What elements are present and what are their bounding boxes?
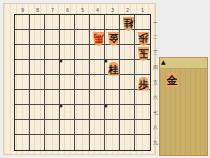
- board-cell[interactable]: [75, 15, 90, 30]
- shogi-diagram: 987654321 一二三四五六七八九 桂馬金歩玉桂歩 ▲ 金: [0, 0, 210, 158]
- rank-label: 四: [153, 63, 157, 71]
- board-cell[interactable]: [105, 45, 120, 60]
- hand-piece-sente[interactable]: 金: [165, 72, 179, 87]
- board-cell[interactable]: [135, 60, 150, 75]
- rank-label: 九: [153, 138, 157, 146]
- file-label: 5: [78, 8, 86, 13]
- star-point: [60, 105, 63, 108]
- board-cell[interactable]: [45, 45, 60, 60]
- board-cell[interactable]: [90, 135, 105, 150]
- board-cell[interactable]: [90, 90, 105, 105]
- board-cell[interactable]: [30, 15, 45, 30]
- board-cell[interactable]: [45, 120, 60, 135]
- board-cell[interactable]: [75, 75, 90, 90]
- board-cell[interactable]: [75, 30, 90, 45]
- board-cell[interactable]: [45, 90, 60, 105]
- board-cell[interactable]: [105, 135, 120, 150]
- board-cell[interactable]: [60, 45, 75, 60]
- board-cell[interactable]: [105, 75, 120, 90]
- board-cell[interactable]: [90, 120, 105, 135]
- board-cell[interactable]: [90, 15, 105, 30]
- board-grid: 桂馬金歩玉桂歩: [14, 14, 151, 151]
- board-cell[interactable]: [90, 60, 105, 75]
- board-cell[interactable]: [30, 135, 45, 150]
- board-cell[interactable]: [60, 135, 75, 150]
- board-cell[interactable]: [45, 135, 60, 150]
- star-point: [105, 60, 108, 63]
- board-cell[interactable]: [90, 45, 105, 60]
- board-cell[interactable]: [30, 45, 45, 60]
- board-cell[interactable]: [120, 45, 135, 60]
- board-cell[interactable]: [45, 75, 60, 90]
- board-cell[interactable]: [135, 105, 150, 120]
- file-label: 7: [48, 8, 56, 13]
- board-cell[interactable]: [90, 75, 105, 90]
- board-cell[interactable]: [105, 15, 120, 30]
- shogi-board: 987654321 一二三四五六七八九 桂馬金歩玉桂歩: [3, 3, 156, 155]
- board-cell[interactable]: [75, 45, 90, 60]
- board-cell[interactable]: [45, 30, 60, 45]
- rank-label: 七: [153, 108, 157, 116]
- board-cell[interactable]: [15, 120, 30, 135]
- board-cell[interactable]: [90, 105, 105, 120]
- board-cell[interactable]: [30, 90, 45, 105]
- board-cell[interactable]: [30, 120, 45, 135]
- komadai-sente: ▲ 金: [159, 57, 208, 156]
- board-cell[interactable]: [15, 135, 30, 150]
- board-cell[interactable]: [60, 60, 75, 75]
- board-cell[interactable]: [30, 105, 45, 120]
- file-labels: 987654321: [15, 7, 150, 14]
- board-cell[interactable]: [135, 90, 150, 105]
- file-label: 1: [138, 8, 146, 13]
- board-cell[interactable]: [120, 120, 135, 135]
- board-cell[interactable]: [15, 15, 30, 30]
- file-label: 8: [33, 8, 41, 13]
- board-cell[interactable]: [120, 135, 135, 150]
- file-label: 2: [123, 8, 131, 13]
- board-cell[interactable]: [30, 60, 45, 75]
- file-label: 4: [93, 8, 101, 13]
- file-label: 3: [108, 8, 116, 13]
- board-cell[interactable]: [120, 105, 135, 120]
- rank-label: 二: [153, 33, 157, 41]
- board-cell[interactable]: [75, 90, 90, 105]
- board-cell[interactable]: [105, 105, 120, 120]
- board-cell[interactable]: [45, 105, 60, 120]
- board-cell[interactable]: [60, 90, 75, 105]
- board-cell[interactable]: [15, 105, 30, 120]
- rank-label: 三: [153, 48, 157, 56]
- board-cell[interactable]: [60, 105, 75, 120]
- board-cell[interactable]: [120, 30, 135, 45]
- star-point: [60, 60, 63, 63]
- board-cell[interactable]: [105, 90, 120, 105]
- board-cell[interactable]: [45, 15, 60, 30]
- rank-label: 一: [153, 18, 157, 26]
- board-cell[interactable]: [75, 105, 90, 120]
- board-cell[interactable]: [60, 15, 75, 30]
- board-cell[interactable]: [75, 135, 90, 150]
- board-cell[interactable]: [15, 45, 30, 60]
- sente-turn-marker-icon: ▲: [161, 59, 166, 66]
- board-cell[interactable]: [120, 60, 135, 75]
- board-cell[interactable]: [60, 120, 75, 135]
- board-cell[interactable]: [120, 90, 135, 105]
- board-cell[interactable]: [135, 15, 150, 30]
- board-cell[interactable]: [15, 60, 30, 75]
- board-cell[interactable]: [30, 75, 45, 90]
- board-cell[interactable]: [75, 60, 90, 75]
- file-label: 9: [18, 8, 26, 13]
- board-cell[interactable]: [45, 60, 60, 75]
- star-point: [105, 105, 108, 108]
- rank-label: 六: [153, 93, 157, 101]
- board-cell[interactable]: [120, 75, 135, 90]
- file-label: 6: [63, 8, 71, 13]
- rank-label: 八: [153, 123, 157, 131]
- board-cell[interactable]: [60, 30, 75, 45]
- board-cell[interactable]: [15, 90, 30, 105]
- board-cell[interactable]: [30, 30, 45, 45]
- board-cell[interactable]: [15, 75, 30, 90]
- board-cell[interactable]: [135, 120, 150, 135]
- board-cell[interactable]: [135, 135, 150, 150]
- komadai-top-band: ▲: [160, 58, 207, 69]
- board-cell[interactable]: [75, 120, 90, 135]
- board-cell[interactable]: [60, 75, 75, 90]
- board-cell[interactable]: [105, 120, 120, 135]
- board-cell[interactable]: [15, 30, 30, 45]
- rank-label: 五: [153, 78, 157, 86]
